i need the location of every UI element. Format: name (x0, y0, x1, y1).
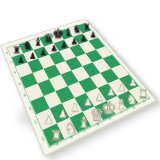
square-g4 (92, 59, 110, 73)
square-f2: ♟ (97, 83, 117, 100)
square-h2: ♟ (119, 75, 139, 91)
board-grid: ♜♞♝♛♚♝♞♜♟♟♟♟♟♟♟♟♟♟♟♟♟♟♟♟♜♞♝♛♚♝♞♜ (8, 23, 149, 146)
chess-board: ♜♞♝♛♚♝♞♜♟♟♟♟♟♟♟♟♟♟♟♟♟♟♟♟♜♞♝♛♚♝♞♜ abcdefg… (0, 18, 157, 157)
chess-set-product-photo: ♜♞♝♛♚♝♞♜♟♟♟♟♟♟♟♟♟♟♟♟♟♟♟♟♜♞♝♛♚♝♞♜ abcdefg… (0, 0, 160, 160)
vinyl-board-border: ♜♞♝♛♚♝♞♜♟♟♟♟♟♟♟♟♟♟♟♟♟♟♟♟♜♞♝♛♚♝♞♜ abcdefg… (0, 18, 157, 157)
scene: ♜♞♝♛♚♝♞♜♟♟♟♟♟♟♟♟♟♟♟♟♟♟♟♟♜♞♝♛♚♝♞♜ abcdefg… (0, 0, 160, 160)
